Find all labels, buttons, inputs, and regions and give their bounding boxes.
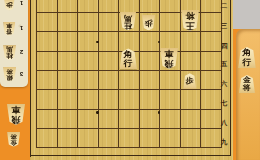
gote-captured-tray — [0, 0, 28, 87]
grid-line-vertical — [36, 0, 37, 148]
background-gray-area — [233, 0, 260, 29]
grid-line-vertical — [180, 0, 181, 148]
board-frame-right — [230, 0, 231, 156]
grid-line-vertical — [57, 0, 58, 148]
rank-label: 二 — [219, 2, 229, 9]
grid-line-horizontal — [36, 51, 222, 52]
piece-kanji: 将 — [11, 133, 17, 139]
board-frame-bottom — [30, 155, 231, 156]
rank-label: 六 — [219, 80, 229, 87]
shogi-app: 二三四五六七八九 桂馬歩王将角行飛車歩歩1香車1桂馬2銀将3飛車金将角行金将 — [0, 0, 260, 160]
hoshi-dot — [96, 41, 98, 43]
board-frame-left — [30, 0, 31, 157]
sente-captured-tray — [236, 29, 260, 160]
grid-line-vertical — [200, 0, 201, 148]
grid-line-horizontal — [36, 12, 222, 13]
grid-line-horizontal — [36, 128, 222, 129]
grid-line-horizontal — [36, 70, 222, 71]
grid-line-horizontal — [36, 89, 222, 90]
grid-line-horizontal — [36, 31, 222, 32]
grid-line-vertical — [98, 0, 99, 148]
shogi-board[interactable]: 二三四五六七八九 — [30, 0, 233, 160]
grid-line-vertical — [139, 0, 140, 148]
rank-label: 七 — [219, 99, 229, 106]
rank-label: 九 — [219, 138, 229, 145]
grid-line-vertical — [159, 0, 160, 148]
piece-kanji: 飛 — [11, 115, 20, 123]
grid-line-vertical — [118, 0, 119, 148]
piece-kanji: 金 — [11, 140, 17, 146]
grid-line-vertical — [77, 0, 78, 148]
rank-label: 五 — [219, 60, 229, 67]
rank-label: 八 — [219, 119, 229, 126]
grid-line-horizontal — [36, 109, 222, 110]
rank-label: 四 — [219, 42, 229, 49]
hoshi-dot — [96, 111, 98, 113]
gote-hand-piece-kinsho[interactable]: 金将 — [7, 132, 20, 147]
gote-hand-piece-hisha[interactable]: 飛車 — [7, 104, 25, 125]
piece-kanji: 車 — [11, 106, 20, 114]
rank-label: 三 — [219, 22, 229, 29]
grid-line-horizontal — [36, 147, 222, 148]
hoshi-dot — [158, 111, 160, 113]
